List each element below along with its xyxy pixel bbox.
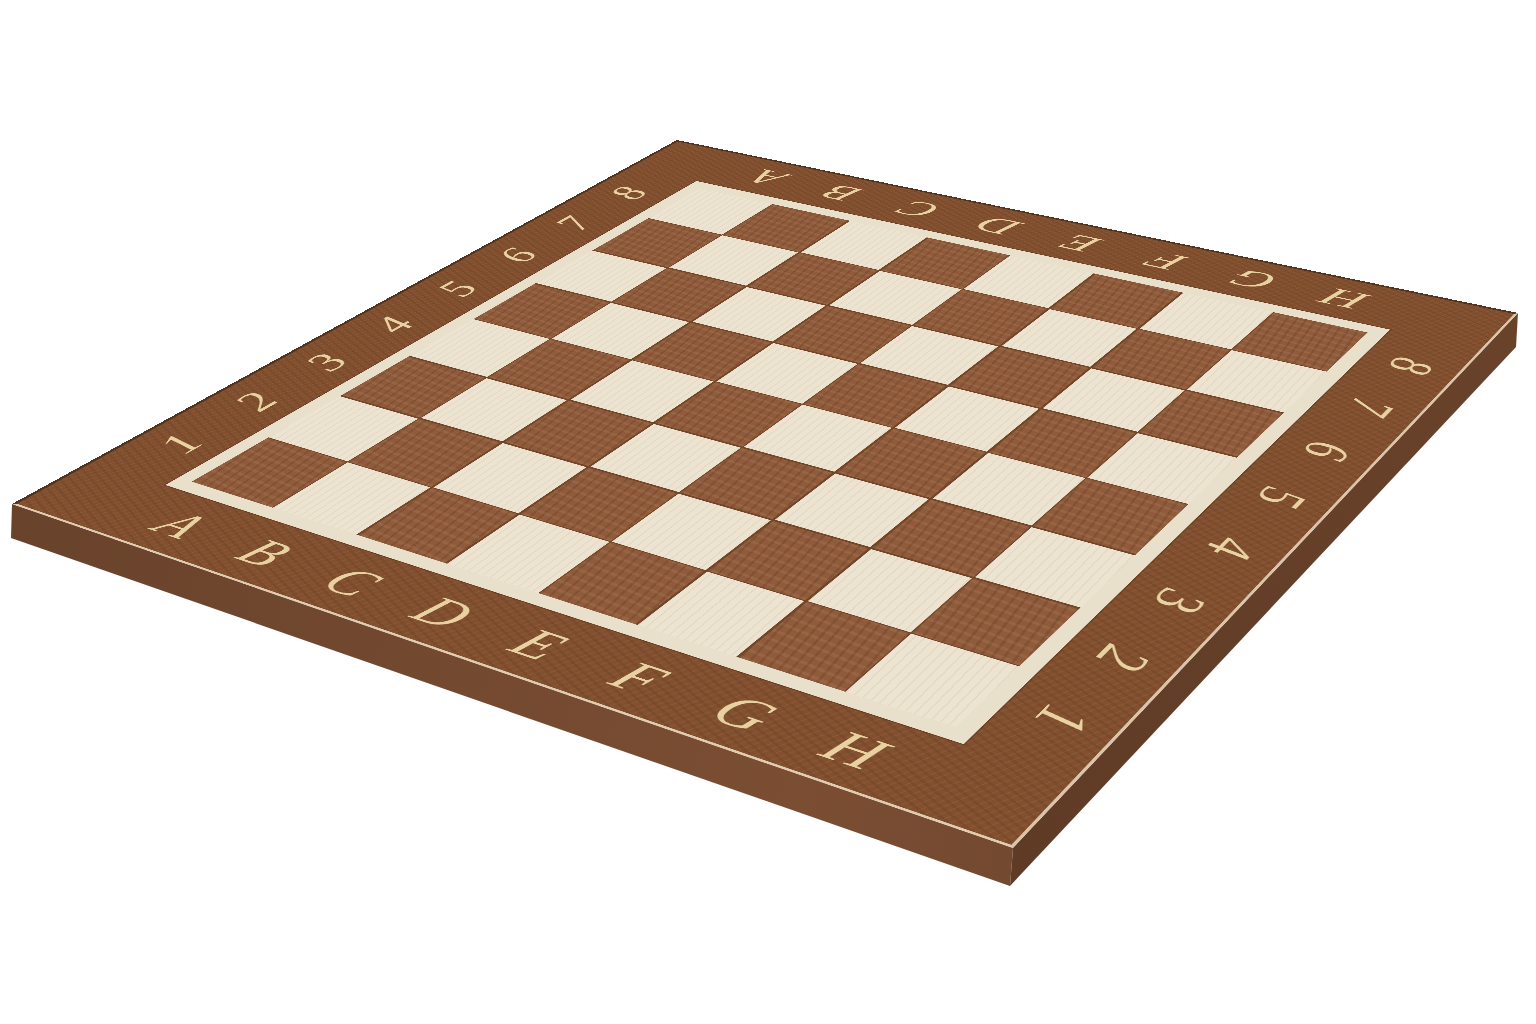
file-label-text: H <box>1314 284 1377 314</box>
rank-label-text: 3 <box>294 350 359 374</box>
file-label-text: F <box>1137 248 1193 274</box>
file-label-text: C <box>310 561 392 604</box>
file-label-text: D <box>399 590 485 636</box>
rank-label-text: 2 <box>223 389 289 414</box>
file-label-text: A <box>741 166 796 189</box>
chessboard: ABCDEFGH ABCDEFGH 87654321 87654321 <box>12 140 1518 848</box>
file-label-text: E <box>1052 230 1108 256</box>
product-photo-stage: ABCDEFGH ABCDEFGH 87654321 87654321 <box>0 0 1536 1024</box>
file-label-text: G <box>699 687 788 739</box>
rank-label-text: 2 <box>1080 639 1164 676</box>
file-label-text: B <box>225 533 304 573</box>
rank-label-text: 3 <box>1138 583 1220 618</box>
rank-label-text: 1 <box>1018 699 1105 739</box>
file-label-text: C <box>890 197 948 222</box>
rank-label-text: 8 <box>599 184 656 202</box>
file-label-text: A <box>141 506 219 544</box>
rank-label-text: 6 <box>1289 437 1364 465</box>
file-label-text: H <box>809 723 899 778</box>
file-label-text: B <box>815 182 870 205</box>
rank-label-text: 8 <box>1375 353 1445 378</box>
rank-label-text: 1 <box>147 430 215 457</box>
file-label-text: F <box>598 655 679 703</box>
rank-label-text: 7 <box>545 214 604 233</box>
rank-label-text: 7 <box>1334 394 1406 420</box>
file-label-text: E <box>498 622 579 667</box>
rank-label-text: 4 <box>362 313 425 335</box>
rank-label-text: 6 <box>487 245 547 265</box>
file-label-text: D <box>968 213 1029 239</box>
rank-label-text: 4 <box>1192 531 1271 563</box>
rank-label-text: 5 <box>1242 483 1319 513</box>
rank-label-text: 5 <box>426 278 488 299</box>
file-label-text: G <box>1222 265 1284 294</box>
